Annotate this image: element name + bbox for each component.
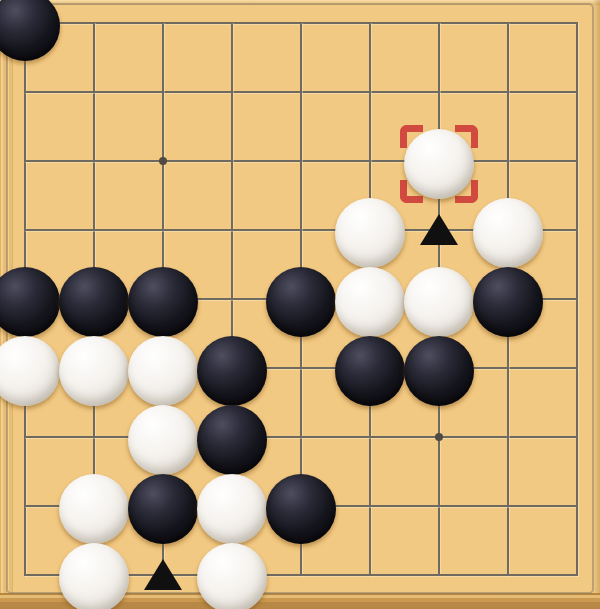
triangle-marker [144,559,182,590]
go-board[interactable] [0,0,600,609]
marker-over-layer [0,0,600,609]
triangle-marker [420,214,458,245]
